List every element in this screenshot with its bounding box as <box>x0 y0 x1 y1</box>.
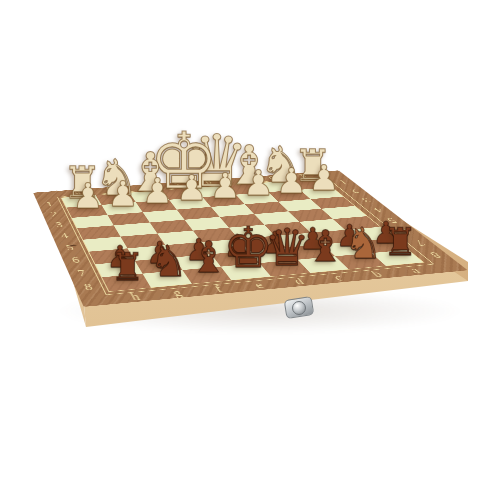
product-photo-scene: hhggffeeddccbbaa1122334455667788 ♜♞♝♛♚♝♞… <box>0 0 500 500</box>
latch <box>283 294 315 320</box>
latch-knob <box>292 301 306 315</box>
